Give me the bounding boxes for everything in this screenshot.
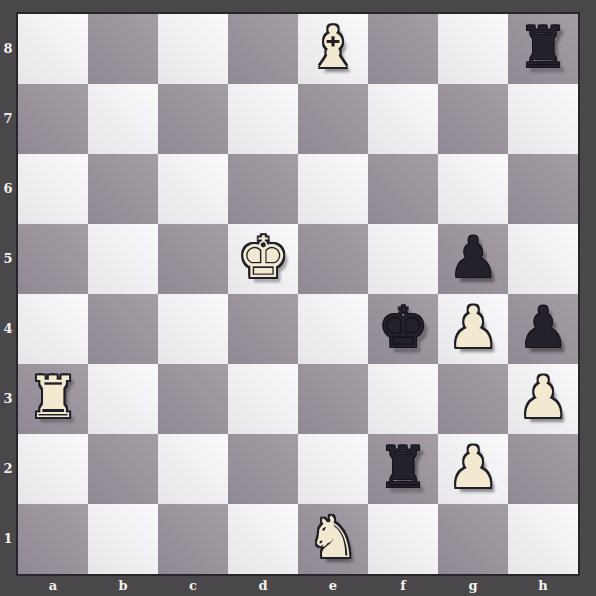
square-h4[interactable]: ♟: [508, 294, 578, 364]
square-f6[interactable]: [368, 154, 438, 224]
square-f7[interactable]: [368, 84, 438, 154]
square-f8[interactable]: [368, 14, 438, 84]
chess-board-frame: ♝♜♚♟♚♟♟♜♟♜♟♞ 87654321 abcdefgh: [0, 0, 596, 596]
white-pawn[interactable]: ♟: [517, 362, 568, 432]
square-f3[interactable]: [368, 364, 438, 434]
file-label-e: e: [298, 577, 368, 595]
square-a4[interactable]: [18, 294, 88, 364]
white-pawn[interactable]: ♟: [447, 292, 498, 362]
square-c5[interactable]: [158, 224, 228, 294]
square-e8[interactable]: ♝: [298, 14, 368, 84]
white-king[interactable]: ♚: [237, 222, 288, 292]
square-c2[interactable]: [158, 434, 228, 504]
white-rook[interactable]: ♜: [27, 362, 78, 432]
square-d7[interactable]: [228, 84, 298, 154]
square-h6[interactable]: [508, 154, 578, 224]
square-b3[interactable]: [88, 364, 158, 434]
file-label-b: b: [88, 577, 158, 595]
square-f2[interactable]: ♜: [368, 434, 438, 504]
square-f5[interactable]: [368, 224, 438, 294]
square-e7[interactable]: [298, 84, 368, 154]
square-c1[interactable]: [158, 504, 228, 574]
square-b6[interactable]: [88, 154, 158, 224]
square-b8[interactable]: [88, 14, 158, 84]
square-g8[interactable]: [438, 14, 508, 84]
square-a7[interactable]: [18, 84, 88, 154]
square-a6[interactable]: [18, 154, 88, 224]
square-g4[interactable]: ♟: [438, 294, 508, 364]
rank-label-5: 5: [0, 224, 16, 294]
square-b1[interactable]: [88, 504, 158, 574]
square-e5[interactable]: [298, 224, 368, 294]
square-c6[interactable]: [158, 154, 228, 224]
square-d6[interactable]: [228, 154, 298, 224]
square-d1[interactable]: [228, 504, 298, 574]
square-h3[interactable]: ♟: [508, 364, 578, 434]
file-label-h: h: [508, 577, 578, 595]
square-d3[interactable]: [228, 364, 298, 434]
square-g3[interactable]: [438, 364, 508, 434]
square-d4[interactable]: [228, 294, 298, 364]
square-c8[interactable]: [158, 14, 228, 84]
square-d5[interactable]: ♚: [228, 224, 298, 294]
square-g7[interactable]: [438, 84, 508, 154]
square-g6[interactable]: [438, 154, 508, 224]
rank-label-6: 6: [0, 154, 16, 224]
file-label-a: a: [18, 577, 88, 595]
file-label-f: f: [368, 577, 438, 595]
square-g1[interactable]: [438, 504, 508, 574]
black-rook[interactable]: ♜: [377, 432, 428, 502]
square-d8[interactable]: [228, 14, 298, 84]
file-label-d: d: [228, 577, 298, 595]
square-h8[interactable]: ♜: [508, 14, 578, 84]
square-a2[interactable]: [18, 434, 88, 504]
square-d2[interactable]: [228, 434, 298, 504]
white-knight[interactable]: ♞: [307, 502, 358, 572]
square-c7[interactable]: [158, 84, 228, 154]
square-e4[interactable]: [298, 294, 368, 364]
rank-label-1: 1: [0, 504, 16, 574]
square-b4[interactable]: [88, 294, 158, 364]
square-e6[interactable]: [298, 154, 368, 224]
black-king[interactable]: ♚: [377, 292, 428, 362]
black-pawn[interactable]: ♟: [517, 292, 568, 362]
square-b2[interactable]: [88, 434, 158, 504]
square-a1[interactable]: [18, 504, 88, 574]
square-f4[interactable]: ♚: [368, 294, 438, 364]
rank-label-4: 4: [0, 294, 16, 364]
square-h7[interactable]: [508, 84, 578, 154]
square-a3[interactable]: ♜: [18, 364, 88, 434]
square-g2[interactable]: ♟: [438, 434, 508, 504]
square-c3[interactable]: [158, 364, 228, 434]
black-pawn[interactable]: ♟: [447, 222, 498, 292]
black-rook[interactable]: ♜: [517, 12, 568, 82]
white-pawn[interactable]: ♟: [447, 432, 498, 502]
file-label-g: g: [438, 577, 508, 595]
square-b5[interactable]: [88, 224, 158, 294]
rank-label-7: 7: [0, 84, 16, 154]
chess-board: ♝♜♚♟♚♟♟♜♟♜♟♞: [16, 12, 580, 576]
square-e2[interactable]: [298, 434, 368, 504]
square-e1[interactable]: ♞: [298, 504, 368, 574]
white-bishop[interactable]: ♝: [307, 12, 358, 82]
square-h2[interactable]: [508, 434, 578, 504]
square-a5[interactable]: [18, 224, 88, 294]
file-label-c: c: [158, 577, 228, 595]
square-e3[interactable]: [298, 364, 368, 434]
square-b7[interactable]: [88, 84, 158, 154]
square-h1[interactable]: [508, 504, 578, 574]
rank-label-3: 3: [0, 364, 16, 434]
square-c4[interactable]: [158, 294, 228, 364]
rank-label-2: 2: [0, 434, 16, 504]
square-g5[interactable]: ♟: [438, 224, 508, 294]
rank-label-8: 8: [0, 14, 16, 84]
square-a8[interactable]: [18, 14, 88, 84]
square-f1[interactable]: [368, 504, 438, 574]
square-h5[interactable]: [508, 224, 578, 294]
